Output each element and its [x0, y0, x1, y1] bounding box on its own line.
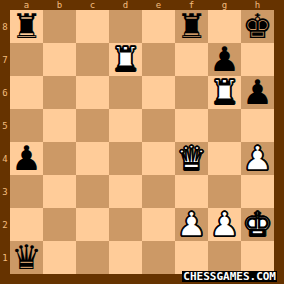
watermark: CHESSGAMES.COM — [182, 271, 277, 282]
square-e1[interactable] — [142, 241, 175, 274]
square-f2[interactable]: ♟ — [175, 208, 208, 241]
piece-white-king[interactable]: ♚ — [242, 208, 272, 241]
square-c8[interactable] — [76, 10, 109, 43]
square-g2[interactable]: ♟ — [208, 208, 241, 241]
square-e6[interactable] — [142, 76, 175, 109]
square-a1[interactable]: ♛ — [10, 241, 43, 274]
rank-label-7: 7 — [0, 43, 10, 76]
square-a8[interactable]: ♜ — [10, 10, 43, 43]
chess-board[interactable]: ♜♜♚♜♟♜♟♟♛♟♟♟♚♛ — [10, 10, 274, 274]
file-label-b: b — [43, 0, 76, 10]
square-b3[interactable] — [43, 175, 76, 208]
piece-white-queen[interactable]: ♛ — [176, 142, 206, 175]
square-g4[interactable] — [208, 142, 241, 175]
rank-label-4: 4 — [0, 142, 10, 175]
square-h8[interactable]: ♚ — [241, 10, 274, 43]
square-d5[interactable] — [109, 109, 142, 142]
rank-label-5: 5 — [0, 109, 10, 142]
square-h2[interactable]: ♚ — [241, 208, 274, 241]
square-c5[interactable] — [76, 109, 109, 142]
square-h6[interactable]: ♟ — [241, 76, 274, 109]
square-c6[interactable] — [76, 76, 109, 109]
piece-white-pawn[interactable]: ♟ — [176, 208, 206, 241]
square-f7[interactable] — [175, 43, 208, 76]
square-c7[interactable] — [76, 43, 109, 76]
square-g6[interactable]: ♜ — [208, 76, 241, 109]
square-a3[interactable] — [10, 175, 43, 208]
square-f6[interactable] — [175, 76, 208, 109]
square-d3[interactable] — [109, 175, 142, 208]
square-c3[interactable] — [76, 175, 109, 208]
board-frame: abcdefgh 87654321 ♜♜♚♜♟♜♟♟♛♟♟♟♚♛ CHESSGA… — [0, 0, 284, 284]
square-b5[interactable] — [43, 109, 76, 142]
square-a7[interactable] — [10, 43, 43, 76]
piece-white-rook[interactable]: ♜ — [209, 76, 239, 109]
file-labels: abcdefgh — [10, 0, 274, 10]
piece-white-pawn[interactable]: ♟ — [209, 208, 239, 241]
piece-black-pawn[interactable]: ♟ — [11, 142, 41, 175]
file-label-g: g — [208, 0, 241, 10]
piece-black-king[interactable]: ♚ — [242, 10, 272, 43]
square-b1[interactable] — [43, 241, 76, 274]
square-d7[interactable]: ♜ — [109, 43, 142, 76]
square-e8[interactable] — [142, 10, 175, 43]
square-a4[interactable]: ♟ — [10, 142, 43, 175]
rank-label-3: 3 — [0, 175, 10, 208]
square-f8[interactable]: ♜ — [175, 10, 208, 43]
rank-labels: 87654321 — [0, 10, 10, 274]
square-b2[interactable] — [43, 208, 76, 241]
piece-white-rook[interactable]: ♜ — [110, 43, 140, 76]
square-d2[interactable] — [109, 208, 142, 241]
file-label-d: d — [109, 0, 142, 10]
file-label-e: e — [142, 0, 175, 10]
square-d1[interactable] — [109, 241, 142, 274]
square-d6[interactable] — [109, 76, 142, 109]
rank-label-8: 8 — [0, 10, 10, 43]
rank-label-2: 2 — [0, 208, 10, 241]
square-f4[interactable]: ♛ — [175, 142, 208, 175]
square-c1[interactable] — [76, 241, 109, 274]
piece-black-rook[interactable]: ♜ — [176, 10, 206, 43]
square-e3[interactable] — [142, 175, 175, 208]
square-e5[interactable] — [142, 109, 175, 142]
piece-white-pawn[interactable]: ♟ — [242, 142, 272, 175]
rank-label-1: 1 — [0, 241, 10, 274]
square-c2[interactable] — [76, 208, 109, 241]
square-e7[interactable] — [142, 43, 175, 76]
piece-black-pawn[interactable]: ♟ — [242, 76, 272, 109]
square-d4[interactable] — [109, 142, 142, 175]
rank-label-6: 6 — [0, 76, 10, 109]
file-label-c: c — [76, 0, 109, 10]
square-b6[interactable] — [43, 76, 76, 109]
square-e2[interactable] — [142, 208, 175, 241]
piece-black-rook[interactable]: ♜ — [11, 10, 41, 43]
square-a6[interactable] — [10, 76, 43, 109]
square-e4[interactable] — [142, 142, 175, 175]
square-b8[interactable] — [43, 10, 76, 43]
piece-black-queen[interactable]: ♛ — [11, 241, 41, 274]
square-h4[interactable]: ♟ — [241, 142, 274, 175]
square-c4[interactable] — [76, 142, 109, 175]
square-g5[interactable] — [208, 109, 241, 142]
square-b7[interactable] — [43, 43, 76, 76]
square-b4[interactable] — [43, 142, 76, 175]
